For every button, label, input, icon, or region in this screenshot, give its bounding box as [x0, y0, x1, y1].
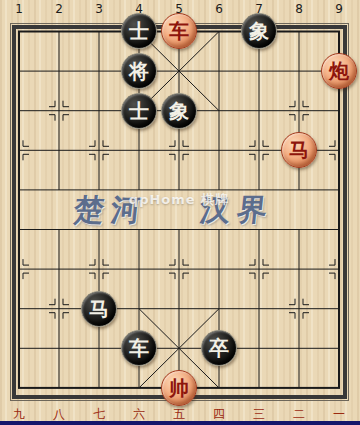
- piece-red-horse[interactable]: 马: [281, 132, 317, 168]
- piece-black-soldier[interactable]: 卒: [201, 330, 237, 366]
- piece-red-cannon[interactable]: 炮: [321, 53, 357, 89]
- piece-red-general[interactable]: 帅: [161, 370, 197, 406]
- piece-black-horse[interactable]: 马: [81, 291, 117, 327]
- site-watermark: qpHome 棋牌: [129, 191, 229, 209]
- piece-black-chariot[interactable]: 车: [121, 330, 157, 366]
- piece-black-advisor[interactable]: 士: [121, 93, 157, 129]
- window-bottom-edge: [0, 421, 360, 425]
- piece-black-elephant[interactable]: 象: [161, 93, 197, 129]
- piece-black-general[interactable]: 将: [121, 53, 157, 89]
- board-grid-lines: [0, 0, 360, 425]
- xiangqi-app: 123456789 楚河 汉界 qpHome 棋牌 士车象将炮士象马马车卒帅 九…: [0, 0, 360, 425]
